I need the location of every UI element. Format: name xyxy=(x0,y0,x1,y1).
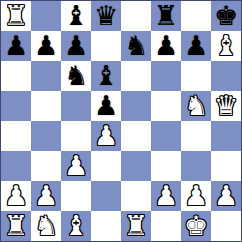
square-b2[interactable]: ♟ xyxy=(31,181,61,211)
piece-white-rook-e1[interactable]: ♜ xyxy=(124,212,148,239)
square-g1[interactable]: ♚ xyxy=(181,211,211,241)
square-c8[interactable]: ♝ xyxy=(61,1,91,31)
piece-white-bishop-h7[interactable]: ♝ xyxy=(214,32,238,59)
square-d3[interactable] xyxy=(91,151,121,181)
square-a5[interactable] xyxy=(1,91,31,121)
piece-white-bishop-c1[interactable]: ♝ xyxy=(64,212,88,239)
piece-black-king-h8[interactable]: ♚ xyxy=(214,2,238,29)
square-f7[interactable]: ♟ xyxy=(151,31,181,61)
piece-black-knight-e7[interactable]: ♞ xyxy=(124,32,148,59)
square-h2[interactable]: ♟ xyxy=(211,181,241,211)
piece-black-pawn-d5[interactable]: ♟ xyxy=(94,92,118,119)
piece-black-bishop-c8[interactable]: ♝ xyxy=(64,2,88,29)
square-h8[interactable]: ♚ xyxy=(211,1,241,31)
square-d5[interactable]: ♟ xyxy=(91,91,121,121)
square-c1[interactable]: ♝ xyxy=(61,211,91,241)
square-f8[interactable]: ♜ xyxy=(151,1,181,31)
piece-white-pawn-b2[interactable]: ♟ xyxy=(34,182,58,209)
square-g5[interactable]: ♞ xyxy=(181,91,211,121)
square-c4[interactable] xyxy=(61,121,91,151)
piece-black-pawn-b7[interactable]: ♟ xyxy=(34,32,58,59)
square-h3[interactable] xyxy=(211,151,241,181)
piece-black-queen-d8[interactable]: ♛ xyxy=(94,2,118,29)
square-c5[interactable] xyxy=(61,91,91,121)
square-d7[interactable] xyxy=(91,31,121,61)
square-e8[interactable] xyxy=(121,1,151,31)
square-h4[interactable] xyxy=(211,121,241,151)
square-a7[interactable]: ♟ xyxy=(1,31,31,61)
square-b6[interactable] xyxy=(31,61,61,91)
piece-white-pawn-d4[interactable]: ♟ xyxy=(94,122,118,149)
piece-white-pawn-f2[interactable]: ♟ xyxy=(154,182,178,209)
square-a8[interactable]: ♜ xyxy=(1,1,31,31)
square-g7[interactable]: ♟ xyxy=(181,31,211,61)
square-e2[interactable] xyxy=(121,181,151,211)
square-d8[interactable]: ♛ xyxy=(91,1,121,31)
square-d6[interactable]: ♝ xyxy=(91,61,121,91)
square-h1[interactable] xyxy=(211,211,241,241)
square-e1[interactable]: ♜ xyxy=(121,211,151,241)
piece-black-pawn-a7[interactable]: ♟ xyxy=(4,32,28,59)
square-b8[interactable] xyxy=(31,1,61,31)
square-g2[interactable]: ♟ xyxy=(181,181,211,211)
square-d2[interactable] xyxy=(91,181,121,211)
square-e7[interactable]: ♞ xyxy=(121,31,151,61)
square-b4[interactable] xyxy=(31,121,61,151)
piece-white-knight-g5[interactable]: ♞ xyxy=(184,92,208,119)
square-a2[interactable]: ♟ xyxy=(1,181,31,211)
square-c6[interactable]: ♞ xyxy=(61,61,91,91)
square-b5[interactable] xyxy=(31,91,61,121)
piece-black-knight-c6[interactable]: ♞ xyxy=(64,62,88,89)
square-g8[interactable] xyxy=(181,1,211,31)
square-c3[interactable]: ♟ xyxy=(61,151,91,181)
square-c7[interactable]: ♟ xyxy=(61,31,91,61)
square-f3[interactable] xyxy=(151,151,181,181)
square-h5[interactable]: ♛ xyxy=(211,91,241,121)
square-d4[interactable]: ♟ xyxy=(91,121,121,151)
square-e4[interactable] xyxy=(121,121,151,151)
square-f2[interactable]: ♟ xyxy=(151,181,181,211)
piece-black-pawn-c7[interactable]: ♟ xyxy=(64,32,88,59)
square-f4[interactable] xyxy=(151,121,181,151)
piece-black-rook-f8[interactable]: ♜ xyxy=(154,2,178,29)
piece-white-pawn-c3[interactable]: ♟ xyxy=(64,152,88,179)
square-e6[interactable] xyxy=(121,61,151,91)
square-a6[interactable] xyxy=(1,61,31,91)
square-b1[interactable]: ♞ xyxy=(31,211,61,241)
square-f6[interactable] xyxy=(151,61,181,91)
square-g3[interactable] xyxy=(181,151,211,181)
piece-white-pawn-h2[interactable]: ♟ xyxy=(214,182,238,209)
square-f1[interactable] xyxy=(151,211,181,241)
square-a4[interactable] xyxy=(1,121,31,151)
square-a3[interactable] xyxy=(1,151,31,181)
piece-white-pawn-g2[interactable]: ♟ xyxy=(184,182,208,209)
square-d1[interactable] xyxy=(91,211,121,241)
square-g4[interactable] xyxy=(181,121,211,151)
square-g6[interactable] xyxy=(181,61,211,91)
square-b7[interactable]: ♟ xyxy=(31,31,61,61)
square-b3[interactable] xyxy=(31,151,61,181)
piece-white-queen-h5[interactable]: ♛ xyxy=(214,92,238,119)
piece-white-rook-a1[interactable]: ♜ xyxy=(4,212,28,239)
piece-black-bishop-d6[interactable]: ♝ xyxy=(94,62,118,89)
square-e5[interactable] xyxy=(121,91,151,121)
piece-black-pawn-g7[interactable]: ♟ xyxy=(184,32,208,59)
square-h7[interactable]: ♝ xyxy=(211,31,241,61)
square-f5[interactable] xyxy=(151,91,181,121)
piece-white-knight-b1[interactable]: ♞ xyxy=(34,212,58,239)
piece-white-rook-a8[interactable]: ♜ xyxy=(4,2,28,29)
square-c2[interactable] xyxy=(61,181,91,211)
square-a1[interactable]: ♜ xyxy=(1,211,31,241)
square-e3[interactable] xyxy=(121,151,151,181)
piece-white-king-g1[interactable]: ♚ xyxy=(184,212,208,239)
chess-board-container: ♜♝♛♜♚♟♟♟♞♟♟♝♞♝♟♞♛♟♟♟♟♟♟♟♜♞♝♜♚ xyxy=(0,0,242,242)
piece-white-pawn-a2[interactable]: ♟ xyxy=(4,182,28,209)
square-h6[interactable] xyxy=(211,61,241,91)
piece-black-pawn-f7[interactable]: ♟ xyxy=(154,32,178,59)
chess-board: ♜♝♛♜♚♟♟♟♞♟♟♝♞♝♟♞♛♟♟♟♟♟♟♟♜♞♝♜♚ xyxy=(0,0,242,242)
